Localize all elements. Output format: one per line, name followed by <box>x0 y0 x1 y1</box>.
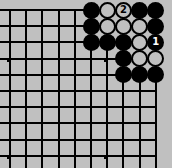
grid-line-horizontal <box>0 106 157 108</box>
grid-line-horizontal <box>0 139 157 141</box>
black-stone[interactable] <box>83 18 100 35</box>
grid-line-vertical <box>9 9 11 168</box>
star-point <box>7 155 11 159</box>
move-number-label: 1 <box>152 37 159 47</box>
star-point <box>7 58 11 62</box>
white-stone[interactable] <box>99 18 116 35</box>
grid-line-horizontal <box>0 122 157 124</box>
grid-line-horizontal <box>0 90 157 92</box>
black-stone[interactable] <box>147 2 164 19</box>
white-stone[interactable] <box>115 18 132 35</box>
grid-line-horizontal <box>0 155 157 157</box>
black-stone[interactable] <box>83 34 100 51</box>
black-stone[interactable] <box>115 34 132 51</box>
black-stone-move-1[interactable]: 1 <box>147 34 164 51</box>
black-stone[interactable] <box>83 2 100 19</box>
black-stone[interactable] <box>115 66 132 83</box>
black-stone[interactable] <box>147 18 164 35</box>
black-stone[interactable] <box>131 66 148 83</box>
star-point <box>104 58 108 62</box>
grid-line-vertical <box>25 9 27 168</box>
grid-line-vertical <box>58 9 60 168</box>
white-stone[interactable] <box>131 34 148 51</box>
white-stone[interactable] <box>99 2 116 19</box>
black-stone[interactable] <box>147 66 164 83</box>
white-stone[interactable] <box>147 50 164 67</box>
white-stone-move-2[interactable]: 2 <box>115 2 132 19</box>
white-stone[interactable] <box>131 50 148 67</box>
black-stone[interactable] <box>99 34 116 51</box>
black-stone[interactable] <box>115 50 132 67</box>
black-stone[interactable] <box>131 2 148 19</box>
go-board[interactable]: 21 <box>0 0 172 168</box>
move-number-label: 2 <box>120 5 127 15</box>
white-stone[interactable] <box>131 18 148 35</box>
star-point <box>104 155 108 159</box>
grid-line-vertical <box>41 9 43 168</box>
grid-line-vertical <box>74 9 76 168</box>
